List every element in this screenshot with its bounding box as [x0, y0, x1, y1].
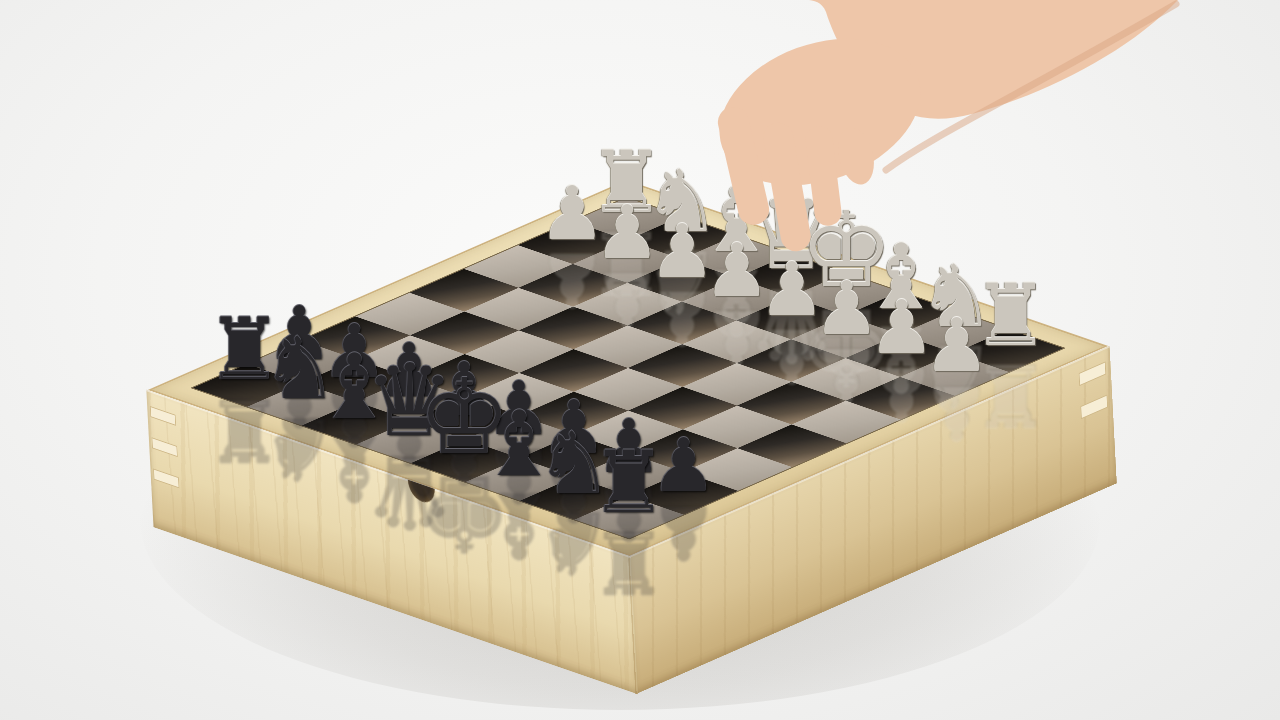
pieces-layer: ♜♜♞♞♝♝♛♛♚♚♝♝♞♞♜♜♟♟♟♟♟♟♟♟♟♟♟♟♟♟♟♟♟♟♟♟♟♟♟♟… [0, 0, 1280, 720]
titanium-rook[interactable]: ♜♜ [591, 442, 668, 524]
piece-reflection: ♟ [923, 378, 989, 448]
nickel-pawn[interactable]: ♟♟ [923, 310, 989, 380]
piece-reflection: ♜ [591, 521, 668, 603]
